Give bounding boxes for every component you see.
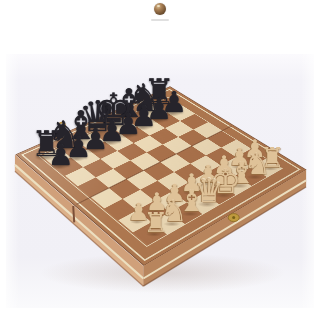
pieces-layer: ♜♞♝♛♚♝♞♜♟♟♟♟♟♟♟♟♟♟♟♟♟♟♟♟♜♞♝♛♚♝♞♜ xyxy=(0,0,320,320)
piece-black-pawn-a7: ♟ xyxy=(48,141,74,170)
product-photo-canvas: ♜♞♝♛♚♝♞♜♟♟♟♟♟♟♟♟♟♟♟♟♟♟♟♟♜♞♝♛♚♝♞♜ xyxy=(0,0,320,320)
piece-white-rook-a1: ♜ xyxy=(144,210,168,237)
